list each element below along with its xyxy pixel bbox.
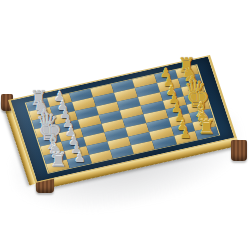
board-foot-right [231,140,247,161]
square-r7-c7: ♜ [195,126,219,139]
square-r7-c0: ♜ [46,159,70,172]
chess-set-photo: ♜♟♟♜♞♟♟♞♝♟♟♝♛♟♟♛♚♟♟♚♝♟♟♝♞♟♟♞♜♟♟♜ [0,0,250,250]
piece-gold-pawn: ♟ [180,127,192,140]
piece-gold-rook: ♜ [198,117,216,137]
piece-silver-pawn: ♟ [74,151,86,164]
piece-silver-rook: ♜ [49,150,67,170]
